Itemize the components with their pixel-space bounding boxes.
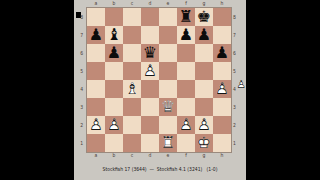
rank-label: 6: [233, 44, 238, 62]
files-top: abcdefgh: [87, 1, 231, 6]
letterbox-right: [246, 0, 320, 180]
rank-label: 1: [233, 134, 238, 152]
ranks-right: 87654321: [233, 8, 238, 152]
rank-label: 7: [78, 26, 83, 44]
file-label: g: [195, 1, 213, 6]
ranks-left: 87654321: [78, 8, 83, 152]
file-label: f: [177, 153, 195, 158]
rank-label: 5: [233, 62, 238, 80]
file-label: b: [105, 153, 123, 158]
letterbox-left: [0, 0, 74, 180]
files-bottom: abcdefgh: [87, 153, 231, 158]
file-label: d: [141, 1, 159, 6]
rank-label: 3: [78, 98, 83, 116]
rank-label: 4: [233, 80, 238, 98]
file-label: d: [141, 153, 159, 158]
file-label: e: [159, 1, 177, 6]
rank-label: 5: [78, 62, 83, 80]
file-label: a: [87, 1, 105, 6]
content-area: ♜♚♟♝♟♟♟♛♟♟♙♝♗♟♙♛♕♟♙♟♙♟♙♟♙♜♖♚♔ ♟ ♙ abcdef…: [74, 0, 246, 180]
rank-label: 2: [233, 116, 238, 134]
file-label: f: [177, 1, 195, 6]
caption-block: Stockfish 17 (3644) — Stockfish 4.1 (324…: [74, 158, 246, 180]
rank-label: 7: [233, 26, 238, 44]
rank-label: 6: [78, 44, 83, 62]
caption-players: Stockfish 17 (3644) — Stockfish 4.1 (324…: [74, 167, 246, 172]
coordinate-caption-layer: abcdefgh abcdefgh 87654321 87654321 Stoc…: [74, 0, 246, 180]
rank-label: 4: [78, 80, 83, 98]
rank-label: 3: [233, 98, 238, 116]
file-label: h: [213, 153, 231, 158]
file-label: g: [195, 153, 213, 158]
file-label: b: [105, 1, 123, 6]
file-label: h: [213, 1, 231, 6]
rank-label: 1: [78, 134, 83, 152]
rank-label: 2: [78, 116, 83, 134]
file-label: c: [123, 153, 141, 158]
file-label: e: [159, 153, 177, 158]
rank-label: 8: [233, 8, 238, 26]
file-label: c: [123, 1, 141, 6]
file-label: a: [87, 153, 105, 158]
rank-label: 8: [78, 8, 83, 26]
